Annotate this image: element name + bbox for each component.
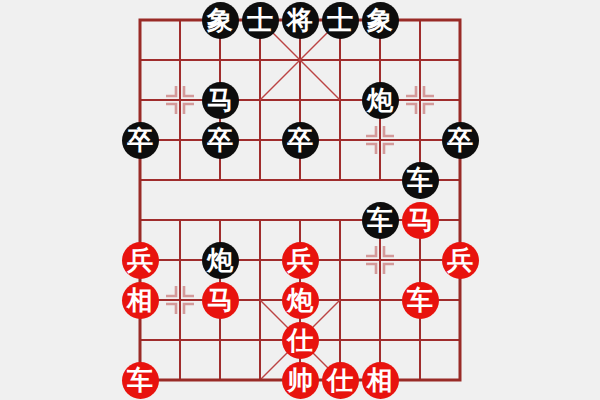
piece-red-general[interactable]: 帅 — [282, 362, 319, 399]
piece-red-elephant[interactable]: 相 — [362, 362, 399, 399]
piece-red-elephant[interactable]: 相 — [122, 282, 159, 319]
pieces-layer: 象士将士象马炮卒卒卒卒车车炮马兵兵兵相马炮车仕车帅仕相 — [0, 0, 600, 400]
piece-black-chariot[interactable]: 车 — [362, 202, 399, 239]
piece-black-elephant[interactable]: 象 — [202, 2, 239, 39]
piece-black-soldier[interactable]: 卒 — [202, 122, 239, 159]
piece-red-advisor[interactable]: 仕 — [282, 322, 319, 359]
piece-red-soldier[interactable]: 兵 — [122, 242, 159, 279]
piece-red-soldier[interactable]: 兵 — [442, 242, 479, 279]
piece-red-chariot[interactable]: 车 — [402, 282, 439, 319]
piece-red-soldier[interactable]: 兵 — [282, 242, 319, 279]
piece-black-advisor[interactable]: 士 — [242, 2, 279, 39]
piece-black-soldier[interactable]: 卒 — [282, 122, 319, 159]
piece-black-advisor[interactable]: 士 — [322, 2, 359, 39]
piece-black-soldier[interactable]: 卒 — [122, 122, 159, 159]
piece-black-cannon[interactable]: 炮 — [202, 242, 239, 279]
xiangqi-board: 象士将士象马炮卒卒卒卒车车炮马兵兵兵相马炮车仕车帅仕相 — [0, 0, 600, 400]
piece-red-horse[interactable]: 马 — [202, 282, 239, 319]
piece-red-advisor[interactable]: 仕 — [322, 362, 359, 399]
xiangqi-app: 象士将士象马炮卒卒卒卒车车炮马兵兵兵相马炮车仕车帅仕相 — [0, 0, 600, 400]
piece-black-soldier[interactable]: 卒 — [442, 122, 479, 159]
piece-red-chariot[interactable]: 车 — [122, 362, 159, 399]
piece-black-horse[interactable]: 马 — [202, 82, 239, 119]
piece-red-horse[interactable]: 马 — [402, 202, 439, 239]
piece-black-chariot[interactable]: 车 — [402, 162, 439, 199]
piece-black-general[interactable]: 将 — [282, 2, 319, 39]
piece-black-cannon[interactable]: 炮 — [362, 82, 399, 119]
piece-black-elephant[interactable]: 象 — [362, 2, 399, 39]
piece-red-cannon[interactable]: 炮 — [282, 282, 319, 319]
